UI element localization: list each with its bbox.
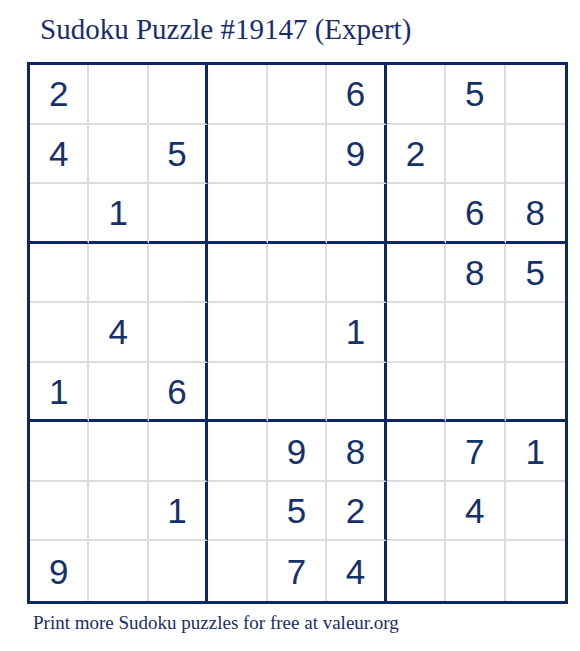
cell-r6c4	[208, 363, 267, 423]
cell-r2c2	[89, 125, 148, 185]
cell-r9c8	[446, 541, 505, 601]
cell-r1c4	[208, 65, 267, 125]
cell-r6c6	[327, 363, 386, 423]
cell-r4c5	[268, 244, 327, 304]
cell-r9c3	[149, 541, 208, 601]
cell-r8c8: 4	[446, 482, 505, 542]
cell-r9c2	[89, 541, 148, 601]
cell-r5c4	[208, 303, 267, 363]
cell-r3c4	[208, 184, 267, 244]
cell-r6c2	[89, 363, 148, 423]
cell-r6c1: 1	[30, 363, 89, 423]
cell-r9c1: 9	[30, 541, 89, 601]
cell-r5c7	[387, 303, 446, 363]
cell-r3c2: 1	[89, 184, 148, 244]
cell-r5c2: 4	[89, 303, 148, 363]
cell-r9c4	[208, 541, 267, 601]
cell-r3c9: 8	[506, 184, 565, 244]
page-title: Sudoku Puzzle #19147 (Expert)	[40, 13, 411, 46]
cell-r7c6: 8	[327, 422, 386, 482]
cell-r3c8: 6	[446, 184, 505, 244]
cell-r6c5	[268, 363, 327, 423]
cell-r3c3	[149, 184, 208, 244]
cell-r2c3: 5	[149, 125, 208, 185]
cell-r2c1: 4	[30, 125, 89, 185]
cell-r7c4	[208, 422, 267, 482]
cell-r8c1	[30, 482, 89, 542]
sudoku-page: Sudoku Puzzle #19147 (Expert) 2654592168…	[0, 0, 580, 651]
cell-r7c1	[30, 422, 89, 482]
cell-r2c5	[268, 125, 327, 185]
cell-r2c8	[446, 125, 505, 185]
cell-r4c9: 5	[506, 244, 565, 304]
cell-r7c8: 7	[446, 422, 505, 482]
cell-r7c2	[89, 422, 148, 482]
cell-r1c2	[89, 65, 148, 125]
cell-r8c7	[387, 482, 446, 542]
cell-r4c7	[387, 244, 446, 304]
cell-r8c9	[506, 482, 565, 542]
cell-r1c7	[387, 65, 446, 125]
cell-r1c5	[268, 65, 327, 125]
cell-r8c3: 1	[149, 482, 208, 542]
cell-r3c6	[327, 184, 386, 244]
cell-r1c3	[149, 65, 208, 125]
cell-r8c6: 2	[327, 482, 386, 542]
cell-r4c2	[89, 244, 148, 304]
cell-r9c6: 4	[327, 541, 386, 601]
cell-r1c8: 5	[446, 65, 505, 125]
cell-r3c7	[387, 184, 446, 244]
cell-r4c6	[327, 244, 386, 304]
cell-r2c9	[506, 125, 565, 185]
cell-r2c6: 9	[327, 125, 386, 185]
cell-r4c3	[149, 244, 208, 304]
footer-text: Print more Sudoku puzzles for free at va…	[33, 612, 399, 634]
cell-r9c5: 7	[268, 541, 327, 601]
cell-r4c4	[208, 244, 267, 304]
cell-r8c4	[208, 482, 267, 542]
cell-r3c5	[268, 184, 327, 244]
cell-r6c7	[387, 363, 446, 423]
cell-r4c8: 8	[446, 244, 505, 304]
cell-r5c6: 1	[327, 303, 386, 363]
cell-r5c5	[268, 303, 327, 363]
cell-r5c9	[506, 303, 565, 363]
cell-r3c1	[30, 184, 89, 244]
cell-r7c7	[387, 422, 446, 482]
cell-r6c3: 6	[149, 363, 208, 423]
cell-r2c4	[208, 125, 267, 185]
cell-r9c7	[387, 541, 446, 601]
sudoku-board: 265459216885411698711524974	[27, 62, 568, 604]
cell-r1c6: 6	[327, 65, 386, 125]
cell-r1c1: 2	[30, 65, 89, 125]
cell-r4c1	[30, 244, 89, 304]
cell-r7c5: 9	[268, 422, 327, 482]
cell-r2c7: 2	[387, 125, 446, 185]
cell-r7c9: 1	[506, 422, 565, 482]
cell-r6c9	[506, 363, 565, 423]
cell-r5c3	[149, 303, 208, 363]
cell-r1c9	[506, 65, 565, 125]
cell-r8c5: 5	[268, 482, 327, 542]
cell-r7c3	[149, 422, 208, 482]
cell-r8c2	[89, 482, 148, 542]
cell-r9c9	[506, 541, 565, 601]
cell-r6c8	[446, 363, 505, 423]
cell-r5c8	[446, 303, 505, 363]
cell-r5c1	[30, 303, 89, 363]
